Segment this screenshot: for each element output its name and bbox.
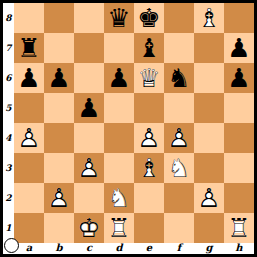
black-piece-glyph: ♜ [14,33,44,63]
rank-label-8: 8 [3,3,14,33]
square-e4[interactable]: ♟♙ [134,123,164,153]
white-piece-outline-glyph: ♗ [194,3,224,33]
rank-labels: 87654321 [3,3,14,243]
square-f8[interactable] [164,3,194,33]
square-g7[interactable] [194,33,224,63]
square-h2[interactable] [224,183,254,213]
square-d3[interactable] [104,153,134,183]
white-piece-outline-glyph: ♙ [74,153,104,183]
square-a4[interactable]: ♟♙ [14,123,44,153]
white-piece-outline-glyph: ♙ [134,123,164,153]
square-a2[interactable] [14,183,44,213]
piece-white-queen[interactable]: ♛♕ [134,63,164,93]
file-labels: abcdefgh [14,243,254,254]
square-d2[interactable]: ♞♘ [104,183,134,213]
black-piece-glyph: ♟ [14,63,44,93]
square-e3[interactable]: ♝♗ [134,153,164,183]
square-e7[interactable]: ♝ [134,33,164,63]
black-piece-glyph: ♟ [74,93,104,123]
square-g8[interactable]: ♝♗ [194,3,224,33]
file-label-d: d [104,243,134,254]
piece-black-pawn[interactable]: ♟ [14,63,44,93]
square-c2[interactable] [74,183,104,213]
rank-label-5: 5 [3,93,14,123]
piece-white-rook[interactable]: ♜♖ [104,213,134,243]
piece-white-bishop[interactable]: ♝♗ [194,3,224,33]
board: ♛♚♝♗♜♝♟♟♟♟♛♕♞♟♟♟♙♟♙♟♙♟♙♝♗♞♘♟♙♞♘♟♙♚♔♜♖♜♖ [14,3,254,243]
white-piece-outline-glyph: ♙ [14,123,44,153]
white-piece-outline-glyph: ♘ [104,183,134,213]
white-piece-outline-glyph: ♖ [224,213,254,243]
piece-black-pawn[interactable]: ♟ [44,63,74,93]
file-label-h: h [224,243,254,254]
rank-label-4: 4 [3,123,14,153]
square-h8[interactable] [224,3,254,33]
piece-black-pawn[interactable]: ♟ [104,63,134,93]
square-g2[interactable]: ♟♙ [194,183,224,213]
piece-white-pawn[interactable]: ♟♙ [44,183,74,213]
square-f6[interactable]: ♞ [164,63,194,93]
square-c1[interactable]: ♚♔ [74,213,104,243]
square-b3[interactable] [44,153,74,183]
square-a6[interactable]: ♟ [14,63,44,93]
piece-black-bishop[interactable]: ♝ [134,33,164,63]
square-f4[interactable]: ♟♙ [164,123,194,153]
chess-diagram: 87654321 ♛♚♝♗♜♝♟♟♟♟♛♕♞♟♟♟♙♟♙♟♙♟♙♝♗♞♘♟♙♞♘… [0,0,257,257]
square-c8[interactable] [74,3,104,33]
white-piece-outline-glyph: ♙ [194,183,224,213]
square-a1[interactable] [14,213,44,243]
white-piece-outline-glyph: ♙ [44,183,74,213]
white-to-move-circle-icon [4,238,19,253]
square-f5[interactable] [164,93,194,123]
square-d6[interactable]: ♟ [104,63,134,93]
square-e6[interactable]: ♛♕ [134,63,164,93]
piece-black-pawn[interactable]: ♟ [74,93,104,123]
square-f3[interactable]: ♞♘ [164,153,194,183]
black-piece-glyph: ♟ [224,33,254,63]
square-f2[interactable] [164,183,194,213]
piece-white-pawn[interactable]: ♟♙ [194,183,224,213]
piece-white-king[interactable]: ♚♔ [74,213,104,243]
square-c6[interactable] [74,63,104,93]
square-d4[interactable] [104,123,134,153]
piece-white-pawn[interactable]: ♟♙ [14,123,44,153]
square-g6[interactable] [194,63,224,93]
square-b1[interactable] [44,213,74,243]
piece-white-pawn[interactable]: ♟♙ [164,123,194,153]
square-d8[interactable]: ♛ [104,3,134,33]
white-piece-outline-glyph: ♖ [104,213,134,243]
square-b2[interactable]: ♟♙ [44,183,74,213]
square-f1[interactable] [164,213,194,243]
square-g3[interactable] [194,153,224,183]
square-h4[interactable] [224,123,254,153]
file-label-b: b [44,243,74,254]
rank-label-2: 2 [3,183,14,213]
square-e2[interactable] [134,183,164,213]
square-b4[interactable] [44,123,74,153]
square-a3[interactable] [14,153,44,183]
white-piece-outline-glyph: ♗ [134,153,164,183]
square-c4[interactable] [74,123,104,153]
piece-white-knight[interactable]: ♞♘ [104,183,134,213]
square-f7[interactable] [164,33,194,63]
piece-white-rook[interactable]: ♜♖ [224,213,254,243]
piece-black-knight[interactable]: ♞ [164,63,194,93]
white-piece-outline-glyph: ♕ [134,63,164,93]
rank-label-7: 7 [3,33,14,63]
piece-white-bishop[interactable]: ♝♗ [134,153,164,183]
black-piece-glyph: ♚ [134,3,164,33]
rank-label-3: 3 [3,153,14,183]
square-g5[interactable] [194,93,224,123]
square-b6[interactable]: ♟ [44,63,74,93]
square-h7[interactable]: ♟ [224,33,254,63]
file-label-g: g [194,243,224,254]
square-e1[interactable] [134,213,164,243]
black-piece-glyph: ♝ [134,33,164,63]
square-b8[interactable] [44,3,74,33]
piece-white-knight[interactable]: ♞♘ [164,153,194,183]
black-piece-glyph: ♟ [44,63,74,93]
file-label-c: c [74,243,104,254]
square-b7[interactable] [44,33,74,63]
black-piece-glyph: ♞ [164,63,194,93]
rank-label-6: 6 [3,63,14,93]
piece-black-pawn[interactable]: ♟ [224,63,254,93]
square-a7[interactable]: ♜ [14,33,44,63]
square-d5[interactable] [104,93,134,123]
piece-black-pawn[interactable]: ♟ [224,33,254,63]
black-piece-glyph: ♛ [104,3,134,33]
square-g1[interactable] [194,213,224,243]
white-piece-outline-glyph: ♔ [74,213,104,243]
piece-black-king[interactable]: ♚ [134,3,164,33]
white-piece-outline-glyph: ♙ [164,123,194,153]
piece-black-queen[interactable]: ♛ [104,3,134,33]
white-piece-outline-glyph: ♘ [164,153,194,183]
black-piece-glyph: ♟ [224,63,254,93]
square-c7[interactable] [74,33,104,63]
square-h3[interactable] [224,153,254,183]
square-h6[interactable]: ♟ [224,63,254,93]
black-piece-glyph: ♟ [104,63,134,93]
piece-black-rook[interactable]: ♜ [14,33,44,63]
square-d7[interactable] [104,33,134,63]
piece-white-pawn[interactable]: ♟♙ [74,153,104,183]
square-h1[interactable]: ♜♖ [224,213,254,243]
square-a8[interactable] [14,3,44,33]
square-c5[interactable]: ♟ [74,93,104,123]
square-c3[interactable]: ♟♙ [74,153,104,183]
square-b5[interactable] [44,93,74,123]
square-e8[interactable]: ♚ [134,3,164,33]
file-label-f: f [164,243,194,254]
piece-white-pawn[interactable]: ♟♙ [134,123,164,153]
square-h5[interactable] [224,93,254,123]
square-a5[interactable] [14,93,44,123]
file-label-e: e [134,243,164,254]
square-g4[interactable] [194,123,224,153]
square-e5[interactable] [134,93,164,123]
square-d1[interactable]: ♜♖ [104,213,134,243]
